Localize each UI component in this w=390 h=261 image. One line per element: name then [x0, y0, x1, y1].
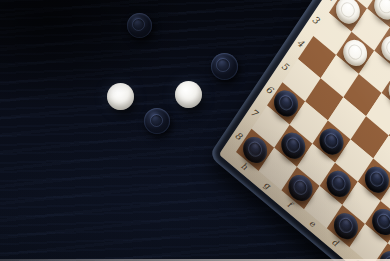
- black-checker-e7[interactable]: [322, 166, 355, 203]
- rank-label-8: 8: [233, 130, 244, 143]
- rank-label-5: 5: [280, 60, 291, 73]
- rank-label-7: 7: [249, 106, 260, 119]
- white-checker-e3[interactable]: [384, 73, 390, 110]
- file-label-f: f: [286, 199, 294, 209]
- black-checker-h8[interactable]: [239, 132, 272, 169]
- loose-white-checker-4[interactable]: [175, 81, 202, 108]
- black-checker-f6[interactable]: [315, 123, 348, 160]
- checkers-board: hgfedcba 12345678: [209, 0, 390, 261]
- black-checker-d8[interactable]: [329, 208, 362, 245]
- white-checker-h2[interactable]: [331, 0, 364, 29]
- black-checker-h6[interactable]: [270, 85, 303, 122]
- rank-label-6: 6: [264, 83, 275, 96]
- black-checker-f8[interactable]: [284, 170, 317, 207]
- black-checker-d6[interactable]: [360, 161, 390, 198]
- loose-black-checker-1[interactable]: [127, 13, 152, 38]
- white-checker-g1[interactable]: [370, 0, 390, 25]
- black-checker-c7[interactable]: [368, 204, 390, 241]
- white-checker-g3[interactable]: [339, 35, 372, 72]
- white-checker-f2[interactable]: [377, 30, 390, 67]
- scene: hgfedcba 12345678: [0, 0, 390, 261]
- black-checker-b8[interactable]: [375, 246, 390, 261]
- board-coordinate-border: hgfedcba 12345678: [219, 0, 390, 261]
- loose-black-checker-2[interactable]: [211, 53, 238, 80]
- loose-black-checker-5[interactable]: [144, 108, 170, 134]
- board-pieces-layer: [236, 0, 390, 261]
- loose-white-checker-3[interactable]: [107, 83, 134, 110]
- black-checker-g7[interactable]: [277, 127, 310, 164]
- rank-label-4: 4: [295, 37, 306, 50]
